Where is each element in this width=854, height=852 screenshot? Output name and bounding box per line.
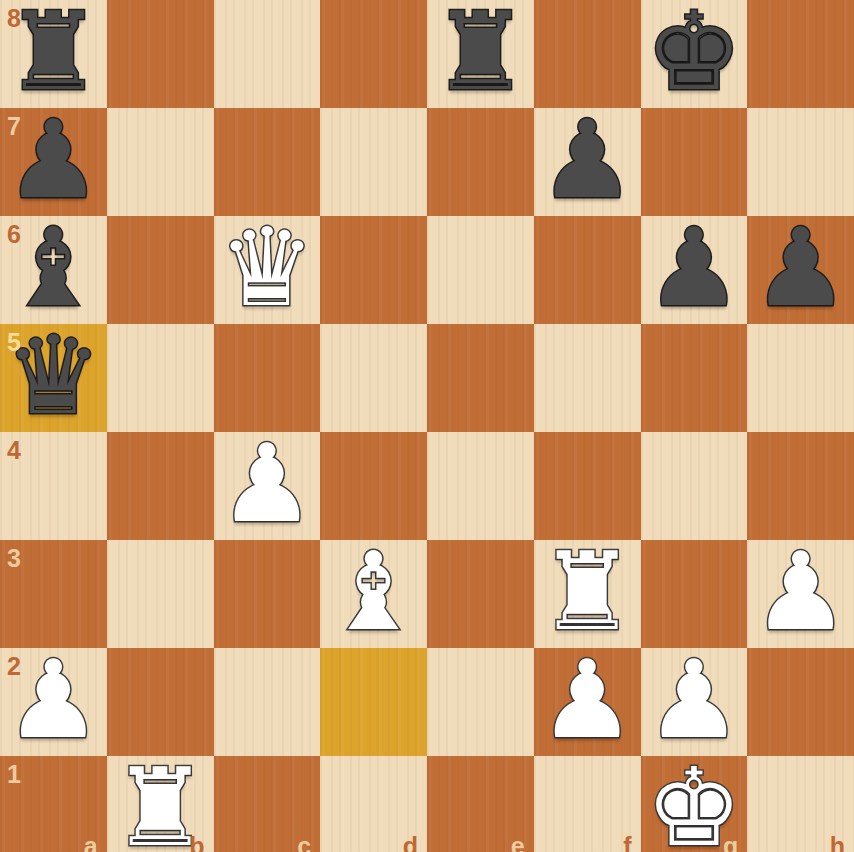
rank-label-4: 4 [7, 438, 21, 463]
white-pawn-h3[interactable]: ♟ [752, 538, 849, 646]
white-pawn-f2[interactable]: ♟ [539, 646, 636, 754]
black-bishop-a6[interactable]: ♝ [5, 214, 102, 322]
square-g5[interactable] [641, 324, 748, 432]
white-bishop-d3[interactable]: ♝ [325, 538, 422, 646]
square-g1[interactable]: g♚ [641, 756, 748, 852]
square-e7[interactable] [427, 108, 534, 216]
square-g4[interactable] [641, 432, 748, 540]
black-rook-a8[interactable]: ♜ [5, 0, 102, 106]
square-g6[interactable]: ♟ [641, 216, 748, 324]
black-rook-e8[interactable]: ♜ [432, 0, 529, 106]
square-f5[interactable] [534, 324, 641, 432]
square-a6[interactable]: 6♝ [0, 216, 107, 324]
square-f6[interactable] [534, 216, 641, 324]
square-g2[interactable]: ♟ [641, 648, 748, 756]
square-b2[interactable] [107, 648, 214, 756]
square-h4[interactable] [747, 432, 854, 540]
white-pawn-a2[interactable]: ♟ [5, 646, 102, 754]
square-b7[interactable] [107, 108, 214, 216]
square-e5[interactable] [427, 324, 534, 432]
file-label-f: f [623, 834, 631, 852]
square-e2[interactable] [427, 648, 534, 756]
square-a8[interactable]: 8♜ [0, 0, 107, 108]
square-a1[interactable]: 1a [0, 756, 107, 852]
square-h8[interactable] [747, 0, 854, 108]
square-c6[interactable]: ♛ [214, 216, 321, 324]
file-label-h: h [830, 834, 845, 852]
square-c5[interactable] [214, 324, 321, 432]
black-pawn-g6[interactable]: ♟ [645, 214, 742, 322]
square-h1[interactable]: h [747, 756, 854, 852]
white-rook-f3[interactable]: ♜ [539, 538, 636, 646]
square-c2[interactable] [214, 648, 321, 756]
square-b8[interactable] [107, 0, 214, 108]
rank-label-3: 3 [7, 546, 21, 571]
square-d3[interactable]: ♝ [320, 540, 427, 648]
file-label-e: e [511, 834, 525, 852]
square-c3[interactable] [214, 540, 321, 648]
square-d4[interactable] [320, 432, 427, 540]
square-b4[interactable] [107, 432, 214, 540]
square-f4[interactable] [534, 432, 641, 540]
square-a4[interactable]: 4 [0, 432, 107, 540]
white-pawn-c4[interactable]: ♟ [218, 430, 315, 538]
square-e8[interactable]: ♜ [427, 0, 534, 108]
square-c4[interactable]: ♟ [214, 432, 321, 540]
square-e1[interactable]: e [427, 756, 534, 852]
square-e6[interactable] [427, 216, 534, 324]
square-f8[interactable] [534, 0, 641, 108]
square-g3[interactable] [641, 540, 748, 648]
black-pawn-f7[interactable]: ♟ [539, 106, 636, 214]
square-h7[interactable] [747, 108, 854, 216]
square-f2[interactable]: ♟ [534, 648, 641, 756]
square-a2[interactable]: 2♟ [0, 648, 107, 756]
square-e4[interactable] [427, 432, 534, 540]
square-d2[interactable] [320, 648, 427, 756]
white-king-g1[interactable]: ♚ [645, 754, 742, 852]
square-d8[interactable] [320, 0, 427, 108]
square-d7[interactable] [320, 108, 427, 216]
file-label-a: a [84, 834, 98, 852]
square-f1[interactable]: f [534, 756, 641, 852]
square-a5[interactable]: 5♛ [0, 324, 107, 432]
square-a7[interactable]: 7♟ [0, 108, 107, 216]
square-b6[interactable] [107, 216, 214, 324]
black-pawn-h6[interactable]: ♟ [752, 214, 849, 322]
file-label-c: c [297, 834, 311, 852]
square-f7[interactable]: ♟ [534, 108, 641, 216]
square-h2[interactable] [747, 648, 854, 756]
square-e3[interactable] [427, 540, 534, 648]
square-g8[interactable]: ♚ [641, 0, 748, 108]
square-f3[interactable]: ♜ [534, 540, 641, 648]
file-label-d: d [403, 834, 418, 852]
black-king-g8[interactable]: ♚ [645, 0, 742, 106]
white-queen-c6[interactable]: ♛ [218, 214, 315, 322]
square-c1[interactable]: c [214, 756, 321, 852]
square-b3[interactable] [107, 540, 214, 648]
square-d5[interactable] [320, 324, 427, 432]
chess-board: 8♜♜♚7♟♟6♝♛♟♟5♛4♟3♝♜♟2♟♟♟1ab♜cdefg♚h [0, 0, 854, 852]
square-b1[interactable]: b♜ [107, 756, 214, 852]
square-g7[interactable] [641, 108, 748, 216]
square-d1[interactable]: d [320, 756, 427, 852]
square-d6[interactable] [320, 216, 427, 324]
square-h3[interactable]: ♟ [747, 540, 854, 648]
square-b5[interactable] [107, 324, 214, 432]
black-queen-a5[interactable]: ♛ [5, 322, 102, 430]
square-a3[interactable]: 3 [0, 540, 107, 648]
white-rook-b1[interactable]: ♜ [112, 754, 209, 852]
white-pawn-g2[interactable]: ♟ [645, 646, 742, 754]
rank-label-1: 1 [7, 762, 21, 787]
black-pawn-a7[interactable]: ♟ [5, 106, 102, 214]
square-h5[interactable] [747, 324, 854, 432]
square-h6[interactable]: ♟ [747, 216, 854, 324]
square-c8[interactable] [214, 0, 321, 108]
square-c7[interactable] [214, 108, 321, 216]
